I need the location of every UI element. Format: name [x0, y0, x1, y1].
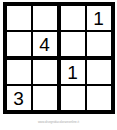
given-cell-r1c4: 1	[87, 6, 111, 30]
watermark-url: www.disegnidacolorareonline.it	[38, 121, 79, 124]
empty-cell-r3c2[interactable]	[33, 60, 57, 84]
given-cell-r3c3: 1	[61, 60, 85, 84]
empty-cell-r1c2[interactable]	[33, 6, 57, 30]
empty-cell-r2c4[interactable]	[87, 32, 111, 56]
empty-cell-r3c4[interactable]	[87, 60, 111, 84]
given-cell-r2c2: 4	[33, 32, 57, 56]
empty-cell-r1c3[interactable]	[61, 6, 85, 30]
empty-cell-r3c1[interactable]	[7, 60, 31, 84]
empty-cell-r4c2[interactable]	[33, 86, 57, 110]
sudoku-board: 1413	[3, 2, 115, 114]
empty-cell-r2c1[interactable]	[7, 32, 31, 56]
empty-cell-r4c4[interactable]	[87, 86, 111, 110]
sudoku-page: 1413 www.disegnidacolorareonline.it	[0, 0, 117, 130]
empty-cell-r1c1[interactable]	[7, 6, 31, 30]
empty-cell-r4c3[interactable]	[61, 86, 85, 110]
empty-cell-r2c3[interactable]	[61, 32, 85, 56]
given-cell-r4c1: 3	[7, 86, 31, 110]
